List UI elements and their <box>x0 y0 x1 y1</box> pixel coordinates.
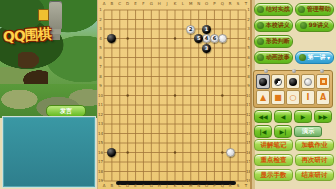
coord-number-left: 10 <box>98 94 103 98</box>
stone-white-move-2: 2 <box>186 25 195 34</box>
tool-eraser[interactable] <box>316 74 330 89</box>
menu-button-label: 99讲义 <box>309 21 329 30</box>
nav-row-2: |◀▶|演示 <box>254 125 322 138</box>
action-button-grid: 讲解笔记加载作业重点检查再次研讨显示手数结束研讨 <box>254 139 334 181</box>
nav-prev-icon: ◀ <box>281 113 286 120</box>
coord-letter-bottom: O <box>205 184 208 188</box>
stone-tools-row <box>256 74 330 89</box>
tool-place-black[interactable] <box>286 74 300 89</box>
menu-button-label: 本校讲义 <box>266 21 290 30</box>
coord-letter-top: E <box>134 2 137 6</box>
coord-number-left: 13 <box>98 122 103 126</box>
coord-number-left: 16 <box>98 151 103 155</box>
star-point <box>221 151 223 153</box>
mark-triangle[interactable]: ▲ <box>256 90 270 105</box>
menu-button-grid: 结对实战管理帮助本校讲义99讲义形势判断动画故事第一讲▾ <box>254 3 334 64</box>
menu-button-animated-stories[interactable]: 动画故事 <box>254 51 293 64</box>
menu-button-label: 动画故事 <box>266 53 290 62</box>
coord-letter-bottom: A <box>103 184 106 188</box>
nav-first-button[interactable]: ◀◀ <box>254 110 272 123</box>
coord-letter-bottom: L <box>182 184 184 188</box>
lecture-notes-button[interactable]: 讲解笔记 <box>254 139 293 151</box>
coord-letter-bottom: D <box>126 184 129 188</box>
stone-white-move-6: 6 <box>210 34 219 43</box>
action-button-label: 加载作业 <box>302 141 328 150</box>
coord-letter-top: B <box>111 2 114 6</box>
coord-letter-bottom: P <box>213 184 215 188</box>
black-stone-icon <box>289 78 297 86</box>
nav-jump-start-button[interactable]: |◀ <box>254 125 272 138</box>
tool-palette: ▲■○IA <box>253 70 333 108</box>
menu-button-paired-play[interactable]: 结对实战 <box>254 3 293 16</box>
mark-square-icon: ■ <box>274 94 282 102</box>
load-homework-button[interactable]: 加载作业 <box>295 139 334 151</box>
coord-letter-bottom: G <box>150 184 153 188</box>
tool-alternate-colors[interactable] <box>271 74 285 89</box>
coord-number-left: 2 <box>99 18 102 22</box>
action-button-label: 再次研讨 <box>302 156 328 165</box>
action-button-label: 结束研讨 <box>302 171 328 180</box>
nav-jump-end-icon: ▶| <box>280 128 287 135</box>
go-board[interactable]: AABBCCDDEEFFGGHHJJKKLLMMNNOOPPQQRRSSTT11… <box>97 0 250 189</box>
coord-number-left: 15 <box>98 141 103 145</box>
coord-letter-bottom: R <box>229 184 232 188</box>
square-tool-icon <box>320 78 327 85</box>
coord-letter-top: T <box>245 2 247 6</box>
coord-letter-top: H <box>158 2 161 6</box>
coord-letter-bottom: M <box>189 184 192 188</box>
coord-letter-top: F <box>142 2 144 6</box>
coord-letter-top: A <box>103 2 106 6</box>
move-number: 5 <box>197 34 200 43</box>
nail-icon <box>292 69 296 73</box>
tool-place-white[interactable] <box>301 74 315 89</box>
admin-help-icon <box>298 6 305 13</box>
coord-letter-bottom: B <box>111 184 114 188</box>
mark-letter[interactable]: A <box>316 90 330 105</box>
half-stone-icon <box>274 78 282 86</box>
nav-jump-end-button[interactable]: ▶| <box>274 125 292 138</box>
mark-circle-icon: ○ <box>290 94 297 102</box>
99-lectures-icon <box>300 22 307 29</box>
coord-number-left: 18 <box>98 170 103 174</box>
chat-panel[interactable] <box>2 116 96 188</box>
move-number: 2 <box>189 25 192 34</box>
stone-pagoda <box>49 1 62 29</box>
menu-button-99-lectures[interactable]: 99讲义 <box>295 19 334 32</box>
coord-number-left: 7 <box>99 65 102 69</box>
coord-letter-top: R <box>229 2 232 6</box>
nail-icon <box>264 69 268 73</box>
coord-number-left: 12 <box>98 113 103 117</box>
menu-button-admin-help[interactable]: 管理帮助 <box>295 3 334 16</box>
move-number: 4 <box>205 34 208 43</box>
mark-triangle-icon: ▲ <box>260 94 266 102</box>
app-logo: QQ围棋 <box>2 25 51 46</box>
action-button-label: 讲解笔记 <box>261 141 287 150</box>
move-number: 1 <box>205 25 208 34</box>
discuss-again-button[interactable]: 再次研讨 <box>295 154 334 166</box>
lesson-select-icon <box>299 54 306 61</box>
coord-letter-top: O <box>205 2 208 6</box>
coord-number-left: 5 <box>99 46 102 50</box>
coord-letter-top: M <box>189 2 192 6</box>
coord-letter-top: N <box>197 2 200 6</box>
coord-letter-top: D <box>126 2 129 6</box>
coord-letter-top: L <box>182 2 184 6</box>
coord-letter-bottom: F <box>142 184 144 188</box>
position-judge-icon <box>257 38 264 45</box>
coord-number-left: 8 <box>99 75 102 79</box>
menu-button-label: 第一讲 <box>307 53 325 62</box>
tool-place-black-selected[interactable] <box>256 74 270 89</box>
menu-button-position-judge[interactable]: 形势判断 <box>254 35 293 48</box>
mark-circle[interactable]: ○ <box>286 90 300 105</box>
yellow-sign <box>38 9 49 21</box>
left-artwork: QQ围棋 <box>0 0 97 118</box>
school-lectures-icon <box>257 22 264 29</box>
coord-number-left: 11 <box>98 103 103 107</box>
animated-stories-icon <box>257 54 264 61</box>
mark-square[interactable]: ■ <box>271 90 285 105</box>
nav-next-icon: ▶ <box>301 113 306 120</box>
coord-letter-top: C <box>118 2 121 6</box>
coord-number-left: 1 <box>99 8 102 12</box>
coord-number-left: 14 <box>98 132 103 136</box>
stone-black-move-1: 1 <box>202 25 211 34</box>
move-number: 3 <box>205 44 208 53</box>
mark-line[interactable]: I <box>301 90 315 105</box>
menu-button-label: 管理帮助 <box>307 5 331 14</box>
coord-letter-top: K <box>174 2 177 6</box>
stone-black-move-3: 3 <box>202 44 211 53</box>
end-discussion-button[interactable]: 结束研讨 <box>295 169 334 181</box>
action-button-label: 重点检查 <box>261 156 287 165</box>
coord-letter-bottom: T <box>245 184 247 188</box>
nav-row-1: ◀◀◀▶▶▶ <box>254 110 332 123</box>
stone-white <box>218 34 227 43</box>
coord-letter-bottom: E <box>134 184 137 188</box>
coord-letter-bottom: H <box>158 184 161 188</box>
mark-line-icon: I <box>307 94 310 102</box>
coord-letter-top: J <box>167 2 168 6</box>
coord-number-left: 3 <box>99 27 102 31</box>
go-teaching-app: QQ围棋 发言 AABBCCDDEEFFGGHHJJKKLLMMNNOOPPQQ… <box>0 0 336 189</box>
coord-letter-top: Q <box>221 2 224 6</box>
star-point <box>174 94 176 96</box>
white-stone-icon <box>304 78 312 86</box>
coord-letter-top: S <box>237 2 240 6</box>
nail-icon <box>320 69 324 73</box>
star-point <box>221 94 223 96</box>
nav-last-icon: ▶▶ <box>318 113 327 120</box>
paired-play-icon <box>257 6 264 13</box>
star-point <box>126 94 128 96</box>
coord-number-left: 19 <box>98 179 103 183</box>
star-point <box>174 151 176 153</box>
star-point <box>126 37 128 39</box>
menu-button-lesson-select[interactable]: 第一讲▾ <box>295 51 334 64</box>
star-point <box>174 37 176 39</box>
coord-letter-top: P <box>213 2 215 6</box>
chevron-down-icon: ▾ <box>327 54 330 61</box>
nav-first-icon: ◀◀ <box>258 113 267 120</box>
stone-white <box>226 148 235 157</box>
coord-letter-bottom: C <box>118 184 121 188</box>
coord-number-left: 17 <box>98 160 103 164</box>
coord-letter-bottom: K <box>174 184 177 188</box>
coord-letter-top: G <box>150 2 153 6</box>
coord-letter-bottom: J <box>167 184 168 188</box>
coord-letter-bottom: N <box>197 184 200 188</box>
move-number: 6 <box>213 34 216 43</box>
right-panel: 结对实战管理帮助本校讲义99讲义形势判断动画故事第一讲▾ ▲■○IA ◀◀◀▶▶… <box>250 0 336 189</box>
star-point <box>126 151 128 153</box>
mark-letter-icon: A <box>320 94 326 102</box>
demo-button[interactable]: 演示 <box>294 126 322 137</box>
nav-next-button[interactable]: ▶ <box>294 110 312 123</box>
coord-number-left: 6 <box>99 56 102 60</box>
nav-jump-start-icon: |◀ <box>260 128 267 135</box>
menu-button-label: 形势判断 <box>266 37 290 46</box>
coord-number-left: 9 <box>99 84 102 88</box>
coord-letter-bottom: S <box>237 184 240 188</box>
show-move-numbers-button[interactable]: 显示手数 <box>254 169 293 181</box>
action-button-label: 显示手数 <box>261 171 287 180</box>
coord-letter-bottom: Q <box>221 184 224 188</box>
menu-button-school-lectures[interactable]: 本校讲义 <box>254 19 293 32</box>
black-stone-icon <box>259 78 267 86</box>
coord-number-left: 4 <box>99 37 102 41</box>
key-check-button[interactable]: 重点检查 <box>254 154 293 166</box>
mark-tools-row: ▲■○IA <box>256 90 330 105</box>
menu-button-label: 结对实战 <box>266 5 290 14</box>
nav-last-button[interactable]: ▶▶ <box>314 110 332 123</box>
nav-prev-button[interactable]: ◀ <box>274 110 292 123</box>
board-grid[interactable] <box>98 0 251 189</box>
